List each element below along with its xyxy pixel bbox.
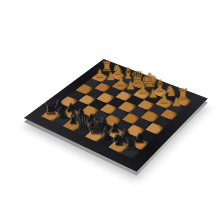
scene-3d: ♜♟♟♜♞♟♟♞♝♟♟♝♛♟♟♛♚♟♟♚♝♟♟♝♞♟♟♞♜♟♟♜ <box>0 0 220 220</box>
white-pawn[interactable]: ♟ <box>159 93 170 105</box>
white-pawn[interactable]: ♟ <box>148 88 159 100</box>
chess-set-product-photo: ♜♟♟♜♞♟♟♞♝♟♟♝♛♟♟♛♚♟♟♚♝♟♟♝♞♟♟♞♜♟♟♜ <box>0 0 220 220</box>
black-rook[interactable]: ♜ <box>124 136 139 153</box>
board-square[interactable] <box>133 118 152 130</box>
white-pawn[interactable]: ♟ <box>116 75 126 86</box>
board-square[interactable]: ♜ <box>120 145 141 159</box>
chess-board: ♜♟♟♜♞♟♟♞♝♟♟♝♛♟♟♛♚♟♟♚♝♟♟♝♞♟♟♞♜♟♟♜ <box>24 59 208 172</box>
chess-board-grid: ♜♟♟♜♞♟♟♞♝♟♟♝♛♟♟♛♚♟♟♚♝♟♟♝♞♟♟♞♜♟♟♜ <box>41 67 191 159</box>
white-pawn[interactable]: ♟ <box>137 83 147 95</box>
white-pawn[interactable]: ♟ <box>126 80 136 91</box>
white-pawn[interactable]: ♟ <box>106 71 116 82</box>
white-pawn[interactable]: ♟ <box>171 96 182 108</box>
white-pawn[interactable]: ♟ <box>95 68 105 79</box>
